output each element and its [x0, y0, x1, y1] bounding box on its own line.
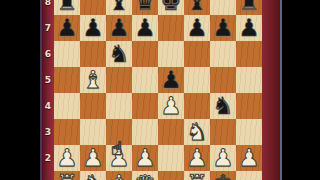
square-g1[interactable]: ♚: [210, 171, 236, 180]
square-c6[interactable]: ♞: [106, 41, 132, 67]
black-king: ♚: [158, 0, 184, 15]
square-g7[interactable]: ♟: [210, 15, 236, 41]
rank-label-7: 7: [42, 15, 54, 41]
rank-label-1: 1: [42, 171, 54, 180]
square-g4[interactable]: ♞: [210, 93, 236, 119]
square-a2[interactable]: ♟: [54, 145, 80, 171]
black-knight: ♞: [210, 93, 236, 119]
square-b4[interactable]: [80, 93, 106, 119]
square-d1[interactable]: ♛: [132, 171, 158, 180]
rank-label-5: 5: [42, 67, 54, 93]
square-d4[interactable]: [132, 93, 158, 119]
square-e4[interactable]: ♟: [158, 93, 184, 119]
square-g6[interactable]: [210, 41, 236, 67]
letterbox-left: [0, 0, 40, 180]
letterbox-right: [282, 0, 320, 180]
square-e5[interactable]: ♟: [158, 67, 184, 93]
rank-label-2: 2: [42, 145, 54, 171]
white-pawn: ♟: [210, 145, 236, 171]
square-h1[interactable]: [236, 171, 262, 180]
square-f3[interactable]: ♞: [184, 119, 210, 145]
black-pawn: ♟: [236, 15, 262, 41]
white-rook: ♜: [184, 171, 210, 180]
square-a7[interactable]: ♟: [54, 15, 80, 41]
square-c3[interactable]: [106, 119, 132, 145]
square-a8[interactable]: ♜: [54, 0, 80, 15]
square-b7[interactable]: ♟: [80, 15, 106, 41]
square-b3[interactable]: [80, 119, 106, 145]
square-d5[interactable]: [132, 67, 158, 93]
square-b6[interactable]: [80, 41, 106, 67]
board-frame-left: 87654321: [40, 0, 54, 180]
square-c2[interactable]: ♟: [106, 145, 132, 171]
square-h2[interactable]: ♟: [236, 145, 262, 171]
square-b8[interactable]: [80, 0, 106, 15]
square-f7[interactable]: ♟: [184, 15, 210, 41]
square-a3[interactable]: [54, 119, 80, 145]
square-f8[interactable]: ♝: [184, 0, 210, 15]
square-g2[interactable]: ♟: [210, 145, 236, 171]
square-h4[interactable]: [236, 93, 262, 119]
square-d3[interactable]: [132, 119, 158, 145]
square-h5[interactable]: [236, 67, 262, 93]
square-a1[interactable]: ♜: [54, 171, 80, 180]
square-h3[interactable]: [236, 119, 262, 145]
white-pawn: ♟: [132, 145, 158, 171]
white-pawn: ♟: [54, 145, 80, 171]
black-knight: ♞: [106, 41, 132, 67]
black-pawn: ♟: [106, 15, 132, 41]
square-c4[interactable]: [106, 93, 132, 119]
white-knight: ♞: [80, 171, 106, 180]
rank-label-4: 4: [42, 93, 54, 119]
square-a6[interactable]: [54, 41, 80, 67]
square-a5[interactable]: [54, 67, 80, 93]
square-c5[interactable]: [106, 67, 132, 93]
black-pawn: ♟: [210, 15, 236, 41]
rank-label-8: 8: [42, 0, 54, 15]
square-d2[interactable]: ♟: [132, 145, 158, 171]
white-pawn: ♟: [106, 145, 132, 171]
square-e6[interactable]: [158, 41, 184, 67]
square-g3[interactable]: [210, 119, 236, 145]
black-rook: ♜: [236, 0, 262, 15]
board-frame-right: [262, 0, 282, 180]
black-pawn: ♟: [80, 15, 106, 41]
white-pawn: ♟: [184, 145, 210, 171]
square-e3[interactable]: [158, 119, 184, 145]
white-rook: ♜: [54, 171, 80, 180]
black-pawn: ♟: [132, 15, 158, 41]
square-h7[interactable]: ♟: [236, 15, 262, 41]
black-rook: ♜: [54, 0, 80, 15]
square-d7[interactable]: ♟: [132, 15, 158, 41]
white-queen: ♛: [132, 171, 158, 180]
square-g5[interactable]: [210, 67, 236, 93]
square-b2[interactable]: ♟: [80, 145, 106, 171]
square-f4[interactable]: [184, 93, 210, 119]
white-knight: ♞: [184, 119, 210, 145]
black-pawn: ♟: [158, 67, 184, 93]
square-f5[interactable]: [184, 67, 210, 93]
square-h6[interactable]: [236, 41, 262, 67]
square-a4[interactable]: [54, 93, 80, 119]
square-e7[interactable]: [158, 15, 184, 41]
square-h8[interactable]: ♜: [236, 0, 262, 15]
black-bishop: ♝: [106, 0, 132, 15]
square-e8[interactable]: ♚: [158, 0, 184, 15]
rank-label-3: 3: [42, 119, 54, 145]
square-d8[interactable]: ♛: [132, 0, 158, 15]
black-pawn: ♟: [184, 15, 210, 41]
video-frame: 87654321 ♜♝♛♚♝♜♟♟♟♟♟♟♟♞♝♟♟♞♞♟♟♟♟♟♟♟♜♞♝♛♜…: [0, 0, 320, 180]
square-f1[interactable]: ♜: [184, 171, 210, 180]
square-d6[interactable]: [132, 41, 158, 67]
rank-label-6: 6: [42, 41, 54, 67]
black-pawn: ♟: [54, 15, 80, 41]
white-bishop: ♝: [80, 67, 106, 93]
white-pawn: ♟: [80, 145, 106, 171]
white-king: ♚: [210, 171, 236, 180]
square-b1[interactable]: ♞: [80, 171, 106, 180]
square-b5[interactable]: ♝: [80, 67, 106, 93]
square-f2[interactable]: ♟: [184, 145, 210, 171]
square-c1[interactable]: ♝: [106, 171, 132, 180]
white-bishop: ♝: [106, 171, 132, 180]
white-pawn: ♟: [158, 93, 184, 119]
square-e1[interactable]: [158, 171, 184, 180]
black-queen: ♛: [132, 0, 158, 15]
square-f6[interactable]: [184, 41, 210, 67]
square-c8[interactable]: ♝: [106, 0, 132, 15]
black-bishop: ♝: [184, 0, 210, 15]
square-g8[interactable]: [210, 0, 236, 15]
white-pawn: ♟: [236, 145, 262, 171]
square-c7[interactable]: ♟: [106, 15, 132, 41]
chess-board[interactable]: ♜♝♛♚♝♜♟♟♟♟♟♟♟♞♝♟♟♞♞♟♟♟♟♟♟♟♜♞♝♛♜♚: [54, 0, 262, 180]
square-e2[interactable]: [158, 145, 184, 171]
